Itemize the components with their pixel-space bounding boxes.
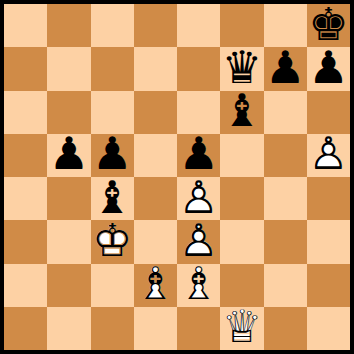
square-h5[interactable]: ♟♙ [307,134,350,177]
black-pawn-glyph: ♟ [265,45,305,90]
black-pawn-glyph: ♟ [308,45,348,90]
square-e2[interactable]: ♝♗ [177,264,220,307]
white-bishop-outline-glyph: ♗ [135,261,175,306]
square-g3[interactable] [264,220,307,263]
square-h7[interactable]: ♟ [307,47,350,90]
square-h4[interactable] [307,177,350,220]
square-f6[interactable]: ♝ [220,91,263,134]
white-pawn-outline-glyph: ♙ [178,218,218,263]
square-b4[interactable] [47,177,90,220]
piece-white-king[interactable]: ♚♔ [91,220,134,263]
black-king-glyph: ♚ [308,2,348,47]
square-d7[interactable] [134,47,177,90]
piece-black-pawn[interactable]: ♟ [264,47,307,90]
white-king-outline-glyph: ♔ [92,218,132,263]
black-queen-glyph: ♛ [222,45,262,90]
square-c2[interactable] [91,264,134,307]
square-d4[interactable] [134,177,177,220]
square-g1[interactable] [264,307,307,350]
piece-black-bishop[interactable]: ♝ [220,91,263,134]
square-f5[interactable] [220,134,263,177]
black-pawn-glyph: ♟ [178,132,218,177]
piece-white-bishop[interactable]: ♝♗ [177,264,220,307]
piece-black-pawn[interactable]: ♟ [47,134,90,177]
square-b2[interactable] [47,264,90,307]
square-f1[interactable]: ♛♕ [220,307,263,350]
square-b1[interactable] [47,307,90,350]
square-g5[interactable] [264,134,307,177]
square-a3[interactable] [4,220,47,263]
square-a7[interactable] [4,47,47,90]
black-bishop-glyph: ♝ [92,175,132,220]
square-h1[interactable] [307,307,350,350]
board-frame: ♚♛♟♟♝♟♟♟♟♙♝♟♙♚♔♟♙♝♗♝♗♛♕ [0,0,354,354]
square-a1[interactable] [4,307,47,350]
black-pawn-glyph: ♟ [92,132,132,177]
square-a5[interactable] [4,134,47,177]
square-d5[interactable] [134,134,177,177]
square-e8[interactable] [177,4,220,47]
piece-white-queen[interactable]: ♛♕ [220,307,263,350]
square-c1[interactable] [91,307,134,350]
square-g6[interactable] [264,91,307,134]
square-g7[interactable]: ♟ [264,47,307,90]
square-c8[interactable] [91,4,134,47]
square-d8[interactable] [134,4,177,47]
square-g4[interactable] [264,177,307,220]
black-bishop-glyph: ♝ [222,88,262,133]
square-e1[interactable] [177,307,220,350]
square-h2[interactable] [307,264,350,307]
square-d1[interactable] [134,307,177,350]
square-b5[interactable]: ♟ [47,134,90,177]
piece-white-bishop[interactable]: ♝♗ [134,264,177,307]
piece-black-pawn[interactable]: ♟ [307,47,350,90]
square-a6[interactable] [4,91,47,134]
white-pawn-outline-glyph: ♙ [178,175,218,220]
square-c7[interactable] [91,47,134,90]
white-queen-outline-glyph: ♕ [222,305,262,350]
square-g2[interactable] [264,264,307,307]
square-a4[interactable] [4,177,47,220]
square-a8[interactable] [4,4,47,47]
black-pawn-glyph: ♟ [49,132,89,177]
square-e7[interactable] [177,47,220,90]
square-b7[interactable] [47,47,90,90]
square-f4[interactable] [220,177,263,220]
square-d6[interactable] [134,91,177,134]
square-b3[interactable] [47,220,90,263]
chess-board: ♚♛♟♟♝♟♟♟♟♙♝♟♙♚♔♟♙♝♗♝♗♛♕ [4,4,350,350]
square-h3[interactable] [307,220,350,263]
white-pawn-outline-glyph: ♙ [308,132,348,177]
white-bishop-outline-glyph: ♗ [178,261,218,306]
square-a2[interactable] [4,264,47,307]
square-c3[interactable]: ♚♔ [91,220,134,263]
square-d2[interactable]: ♝♗ [134,264,177,307]
square-f3[interactable] [220,220,263,263]
piece-white-pawn[interactable]: ♟♙ [307,134,350,177]
square-b8[interactable] [47,4,90,47]
